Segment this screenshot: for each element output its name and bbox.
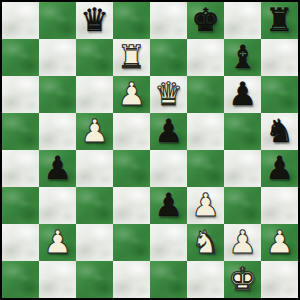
square-h6[interactable]: [261, 76, 298, 113]
square-c1[interactable]: [76, 261, 113, 298]
piece-white-rook-d7[interactable]: ♜: [117, 39, 146, 76]
square-g3[interactable]: [224, 187, 261, 224]
square-b3[interactable]: [39, 187, 76, 224]
square-b1[interactable]: [39, 261, 76, 298]
square-h2[interactable]: ♟: [261, 224, 298, 261]
piece-white-pawn-c5[interactable]: ♟: [80, 113, 109, 150]
chess-board-frame: ♛♚♜♜♝♟♛♟♟♟♞♟♟♟♟♟♞♟♟♚: [0, 0, 300, 300]
square-f3[interactable]: ♟: [187, 187, 224, 224]
piece-black-queen-c8[interactable]: ♛: [80, 2, 109, 39]
square-f5[interactable]: [187, 113, 224, 150]
piece-black-pawn-e3[interactable]: ♟: [154, 187, 183, 224]
chess-board: ♛♚♜♜♝♟♛♟♟♟♞♟♟♟♟♟♞♟♟♚: [2, 2, 298, 298]
square-d8[interactable]: [113, 2, 150, 39]
square-c4[interactable]: [76, 150, 113, 187]
square-g4[interactable]: [224, 150, 261, 187]
square-a8[interactable]: [2, 2, 39, 39]
square-b7[interactable]: [39, 39, 76, 76]
piece-white-pawn-g2[interactable]: ♟: [228, 224, 257, 261]
square-c6[interactable]: [76, 76, 113, 113]
square-a1[interactable]: [2, 261, 39, 298]
square-c7[interactable]: [76, 39, 113, 76]
square-c2[interactable]: [76, 224, 113, 261]
square-a5[interactable]: [2, 113, 39, 150]
square-g1[interactable]: ♚: [224, 261, 261, 298]
square-f7[interactable]: [187, 39, 224, 76]
square-a3[interactable]: [2, 187, 39, 224]
square-e3[interactable]: ♟: [150, 187, 187, 224]
square-f1[interactable]: [187, 261, 224, 298]
square-b8[interactable]: [39, 2, 76, 39]
piece-black-pawn-b4[interactable]: ♟: [43, 150, 72, 187]
piece-white-queen-e6[interactable]: ♛: [154, 76, 183, 113]
square-b2[interactable]: ♟: [39, 224, 76, 261]
square-b6[interactable]: [39, 76, 76, 113]
square-g5[interactable]: [224, 113, 261, 150]
square-d5[interactable]: [113, 113, 150, 150]
square-g2[interactable]: ♟: [224, 224, 261, 261]
square-h8[interactable]: ♜: [261, 2, 298, 39]
square-g7[interactable]: ♝: [224, 39, 261, 76]
square-a6[interactable]: [2, 76, 39, 113]
square-d6[interactable]: ♟: [113, 76, 150, 113]
square-h1[interactable]: [261, 261, 298, 298]
square-d3[interactable]: [113, 187, 150, 224]
piece-black-pawn-h4[interactable]: ♟: [265, 150, 294, 187]
square-f2[interactable]: ♞: [187, 224, 224, 261]
square-e2[interactable]: [150, 224, 187, 261]
square-e4[interactable]: [150, 150, 187, 187]
square-h5[interactable]: ♞: [261, 113, 298, 150]
square-f4[interactable]: [187, 150, 224, 187]
square-e1[interactable]: [150, 261, 187, 298]
square-f6[interactable]: [187, 76, 224, 113]
piece-white-king-g1[interactable]: ♚: [228, 261, 257, 298]
square-c3[interactable]: [76, 187, 113, 224]
piece-black-bishop-g7[interactable]: ♝: [228, 39, 257, 76]
piece-black-pawn-e5[interactable]: ♟: [154, 113, 183, 150]
piece-black-pawn-g6[interactable]: ♟: [228, 76, 257, 113]
square-d2[interactable]: [113, 224, 150, 261]
square-e8[interactable]: [150, 2, 187, 39]
square-e6[interactable]: ♛: [150, 76, 187, 113]
square-g6[interactable]: ♟: [224, 76, 261, 113]
square-b5[interactable]: [39, 113, 76, 150]
piece-white-pawn-h2[interactable]: ♟: [265, 224, 294, 261]
square-a7[interactable]: [2, 39, 39, 76]
square-e5[interactable]: ♟: [150, 113, 187, 150]
square-h3[interactable]: [261, 187, 298, 224]
piece-black-king-f8[interactable]: ♚: [191, 2, 220, 39]
piece-black-knight-h5[interactable]: ♞: [265, 113, 294, 150]
square-d4[interactable]: [113, 150, 150, 187]
square-b4[interactable]: ♟: [39, 150, 76, 187]
square-c8[interactable]: ♛: [76, 2, 113, 39]
square-d1[interactable]: [113, 261, 150, 298]
piece-white-pawn-b2[interactable]: ♟: [43, 224, 72, 261]
square-d7[interactable]: ♜: [113, 39, 150, 76]
piece-black-rook-h8[interactable]: ♜: [265, 2, 294, 39]
square-h4[interactable]: ♟: [261, 150, 298, 187]
piece-white-pawn-f3[interactable]: ♟: [191, 187, 220, 224]
square-a2[interactable]: [2, 224, 39, 261]
square-a4[interactable]: [2, 150, 39, 187]
piece-white-knight-f2[interactable]: ♞: [191, 224, 220, 261]
square-h7[interactable]: [261, 39, 298, 76]
square-f8[interactable]: ♚: [187, 2, 224, 39]
square-c5[interactable]: ♟: [76, 113, 113, 150]
square-e7[interactable]: [150, 39, 187, 76]
piece-white-pawn-d6[interactable]: ♟: [117, 76, 146, 113]
square-g8[interactable]: [224, 2, 261, 39]
